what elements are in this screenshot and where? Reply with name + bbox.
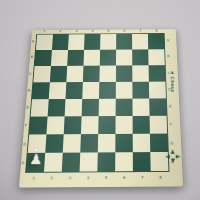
square-d7 xyxy=(83,50,100,66)
square-b7 xyxy=(51,50,68,66)
square-b6 xyxy=(50,66,67,82)
square-c7 xyxy=(67,50,84,66)
square-c3 xyxy=(64,116,82,134)
square-d2 xyxy=(80,134,98,153)
coordinate-label: 3 xyxy=(61,176,79,180)
square-d6 xyxy=(83,66,100,82)
square-e7 xyxy=(100,50,116,66)
square-g8 xyxy=(132,34,148,50)
square-g3 xyxy=(133,116,150,134)
square-g7 xyxy=(132,49,148,65)
coordinate-label: A xyxy=(166,33,170,49)
square-f7 xyxy=(116,50,132,66)
square-a8 xyxy=(36,35,53,51)
square-a7 xyxy=(35,50,52,66)
square-f6 xyxy=(116,65,133,81)
coordinate-label: 7 xyxy=(133,29,149,32)
square-b8 xyxy=(52,34,69,50)
square-h7 xyxy=(148,49,165,65)
coordinate-label: 4 xyxy=(79,176,97,180)
square-d3 xyxy=(81,116,99,134)
coordinate-label: 8 xyxy=(148,29,164,32)
square-f8 xyxy=(116,34,132,50)
logo-pawn-right-icon: ♟ xyxy=(175,153,181,159)
white-pawn: ♟ xyxy=(26,150,45,169)
coordinate-label: 6 xyxy=(115,176,133,180)
four-pawn-diamond-logo-icon: ♟ ♟ ♟ ♟ xyxy=(165,149,181,164)
coordinate-label: 6 xyxy=(117,29,133,32)
square-e3 xyxy=(98,116,115,134)
square-g2 xyxy=(133,134,151,153)
square-a4 xyxy=(31,99,49,116)
coordinate-label: B xyxy=(166,49,170,65)
square-c4 xyxy=(65,99,83,116)
square-h3 xyxy=(150,116,168,134)
coordinate-label: 2 xyxy=(52,30,68,33)
coordinate-label: 8 xyxy=(152,176,170,180)
square-a5 xyxy=(32,82,50,99)
coordinate-label: 5 xyxy=(97,176,115,180)
square-h8 xyxy=(148,34,164,50)
square-b3 xyxy=(46,116,64,134)
square-c5 xyxy=(65,82,82,99)
square-e8 xyxy=(100,34,116,50)
brand-pawn-icon: ♟ xyxy=(170,70,176,75)
coordinate-label: 4 xyxy=(84,30,100,33)
square-f5 xyxy=(116,82,133,99)
square-c8 xyxy=(68,34,85,50)
square-e2 xyxy=(98,134,116,153)
square-f3 xyxy=(115,116,132,134)
square-h6 xyxy=(149,65,166,81)
chess-mat: 12345678 12345678 ABCDEFGH ABCDEFGH ♟ Ch… xyxy=(19,29,183,187)
coordinate-label: E xyxy=(168,98,172,116)
square-g1 xyxy=(133,152,151,171)
square-c2 xyxy=(63,134,81,153)
square-h4 xyxy=(149,98,166,115)
brand-text: Chess xyxy=(170,76,176,92)
square-c1 xyxy=(62,153,80,172)
square-c6 xyxy=(66,66,83,82)
square-g6 xyxy=(132,65,149,81)
square-b4 xyxy=(48,99,66,116)
coordinate-label: 3 xyxy=(68,30,84,33)
square-f4 xyxy=(116,99,133,116)
square-g4 xyxy=(132,99,149,116)
square-f2 xyxy=(115,134,133,153)
square-b5 xyxy=(49,82,67,99)
coordinate-label: 2 xyxy=(43,177,61,181)
square-d1 xyxy=(80,152,98,171)
coordinate-label: 7 xyxy=(133,176,151,180)
square-g5 xyxy=(132,82,149,99)
square-e4 xyxy=(99,99,116,116)
vinyl-mat: 12345678 12345678 ABCDEFGH ABCDEFGH ♟ Ch… xyxy=(19,29,183,187)
photo-background: 12345678 12345678 ABCDEFGH ABCDEFGH ♟ Ch… xyxy=(0,0,200,200)
square-f1 xyxy=(115,152,133,171)
square-d5 xyxy=(82,82,99,99)
square-d8 xyxy=(84,34,100,50)
square-h5 xyxy=(149,82,166,99)
square-b2 xyxy=(45,134,63,153)
square-e1 xyxy=(97,152,115,171)
square-b1 xyxy=(44,153,63,172)
square-a3 xyxy=(29,117,47,135)
coordinate-label: 1 xyxy=(25,177,43,181)
logo-pawn-left-icon: ♟ xyxy=(165,153,171,159)
square-e6 xyxy=(99,66,116,82)
coordinate-label: F xyxy=(169,116,173,134)
brand-marking: ♟ Chess xyxy=(170,70,176,92)
chess-board-grid xyxy=(25,33,169,173)
square-a6 xyxy=(33,66,51,82)
coordinate-labels-bottom: 12345678 xyxy=(25,176,170,181)
square-d4 xyxy=(82,99,99,116)
square-e5 xyxy=(99,82,116,99)
coordinate-label: 1 xyxy=(36,30,52,33)
coordinate-label: 5 xyxy=(100,30,116,33)
